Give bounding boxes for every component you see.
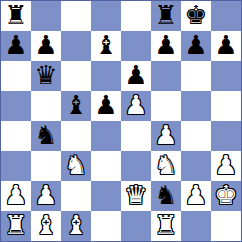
- piece-white-knight[interactable]: ♞: [64, 150, 87, 180]
- square-h5[interactable]: [211, 91, 241, 121]
- piece-white-king[interactable]: ♚: [214, 180, 237, 210]
- piece-black-pawn[interactable]: ♟: [154, 30, 177, 60]
- square-a1[interactable]: ♜: [1, 211, 31, 241]
- square-c8[interactable]: [61, 1, 91, 31]
- piece-white-pawn[interactable]: ♟: [184, 180, 207, 210]
- square-b2[interactable]: ♟: [31, 181, 61, 211]
- square-a4[interactable]: [1, 121, 31, 151]
- piece-white-rook[interactable]: ♜: [4, 210, 27, 240]
- square-g1[interactable]: [181, 211, 211, 241]
- piece-white-bishop[interactable]: ♝: [34, 210, 57, 240]
- square-d2[interactable]: [91, 181, 121, 211]
- square-c2[interactable]: [61, 181, 91, 211]
- square-f7[interactable]: ♟: [151, 31, 181, 61]
- square-f1[interactable]: ♜: [151, 211, 181, 241]
- square-a2[interactable]: ♟: [1, 181, 31, 211]
- square-b1[interactable]: ♝: [31, 211, 61, 241]
- piece-black-pawn[interactable]: ♟: [94, 90, 117, 120]
- square-f8[interactable]: ♜: [151, 1, 181, 31]
- square-g3[interactable]: [181, 151, 211, 181]
- square-b3[interactable]: [31, 151, 61, 181]
- square-f2[interactable]: ♞: [151, 181, 181, 211]
- square-f3[interactable]: ♞: [151, 151, 181, 181]
- piece-white-pawn[interactable]: ♟: [124, 90, 147, 120]
- piece-black-rook[interactable]: ♜: [154, 0, 177, 30]
- square-e4[interactable]: [121, 121, 151, 151]
- piece-white-pawn[interactable]: ♟: [34, 180, 57, 210]
- square-f6[interactable]: [151, 61, 181, 91]
- square-h7[interactable]: ♟: [211, 31, 241, 61]
- piece-white-pawn[interactable]: ♟: [154, 120, 177, 150]
- square-b4[interactable]: ♞: [31, 121, 61, 151]
- piece-black-pawn[interactable]: ♟: [214, 30, 237, 60]
- square-g7[interactable]: ♟: [181, 31, 211, 61]
- square-d7[interactable]: ♝: [91, 31, 121, 61]
- piece-black-pawn[interactable]: ♟: [124, 60, 147, 90]
- square-g8[interactable]: ♚: [181, 1, 211, 31]
- square-h1[interactable]: [211, 211, 241, 241]
- square-b8[interactable]: [31, 1, 61, 31]
- square-a3[interactable]: [1, 151, 31, 181]
- square-f5[interactable]: [151, 91, 181, 121]
- square-a5[interactable]: [1, 91, 31, 121]
- piece-white-queen[interactable]: ♛: [124, 180, 147, 210]
- square-d6[interactable]: [91, 61, 121, 91]
- square-f4[interactable]: ♟: [151, 121, 181, 151]
- square-g4[interactable]: [181, 121, 211, 151]
- square-c7[interactable]: [61, 31, 91, 61]
- square-c5[interactable]: ♝: [61, 91, 91, 121]
- piece-white-pawn[interactable]: ♟: [4, 180, 27, 210]
- square-h3[interactable]: ♟: [211, 151, 241, 181]
- square-d4[interactable]: [91, 121, 121, 151]
- piece-black-rook[interactable]: ♜: [4, 0, 27, 30]
- square-d8[interactable]: [91, 1, 121, 31]
- piece-black-pawn[interactable]: ♟: [184, 30, 207, 60]
- square-a6[interactable]: [1, 61, 31, 91]
- square-c3[interactable]: ♞: [61, 151, 91, 181]
- piece-black-queen[interactable]: ♛: [34, 60, 57, 90]
- piece-white-pawn[interactable]: ♟: [214, 150, 237, 180]
- piece-black-pawn[interactable]: ♟: [4, 30, 27, 60]
- piece-black-knight[interactable]: ♞: [34, 120, 57, 150]
- square-e7[interactable]: [121, 31, 151, 61]
- piece-black-bishop[interactable]: ♝: [94, 30, 117, 60]
- square-a7[interactable]: ♟: [1, 31, 31, 61]
- square-d1[interactable]: [91, 211, 121, 241]
- piece-white-knight[interactable]: ♞: [154, 150, 177, 180]
- square-g2[interactable]: ♟: [181, 181, 211, 211]
- piece-white-rook[interactable]: ♜: [154, 210, 177, 240]
- square-a8[interactable]: ♜: [1, 1, 31, 31]
- square-e2[interactable]: ♛: [121, 181, 151, 211]
- square-d5[interactable]: ♟: [91, 91, 121, 121]
- square-d3[interactable]: [91, 151, 121, 181]
- square-b7[interactable]: ♟: [31, 31, 61, 61]
- square-b6[interactable]: ♛: [31, 61, 61, 91]
- piece-black-pawn[interactable]: ♟: [34, 30, 57, 60]
- square-c1[interactable]: ♝: [61, 211, 91, 241]
- square-h8[interactable]: [211, 1, 241, 31]
- square-g6[interactable]: [181, 61, 211, 91]
- square-e8[interactable]: [121, 1, 151, 31]
- piece-black-knight[interactable]: ♞: [154, 180, 177, 210]
- square-h6[interactable]: [211, 61, 241, 91]
- square-c6[interactable]: [61, 61, 91, 91]
- square-e3[interactable]: [121, 151, 151, 181]
- chess-board: ♜♜♚♟♟♝♟♟♟♛♟♝♟♟♞♟♞♞♟♟♟♛♞♟♚♜♝♝♜: [0, 0, 242, 242]
- square-h4[interactable]: [211, 121, 241, 151]
- square-g5[interactable]: [181, 91, 211, 121]
- square-e6[interactable]: ♟: [121, 61, 151, 91]
- piece-black-king[interactable]: ♚: [184, 0, 207, 30]
- piece-white-bishop[interactable]: ♝: [64, 210, 87, 240]
- square-h2[interactable]: ♚: [211, 181, 241, 211]
- square-e1[interactable]: [121, 211, 151, 241]
- square-e5[interactable]: ♟: [121, 91, 151, 121]
- square-b5[interactable]: [31, 91, 61, 121]
- square-c4[interactable]: [61, 121, 91, 151]
- piece-black-bishop[interactable]: ♝: [64, 90, 87, 120]
